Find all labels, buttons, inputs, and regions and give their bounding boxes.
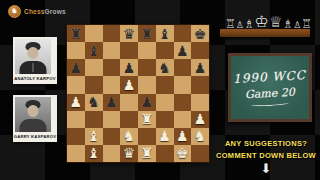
kasparov-photo: [15, 97, 51, 132]
piece-black-rook: ♜: [70, 27, 83, 41]
piece-black-pawn: ♟: [123, 61, 136, 75]
photo-face: [28, 47, 39, 59]
square-a7: [67, 42, 85, 59]
cta-line2: COMMENT DOWN BELOW: [212, 151, 320, 160]
square-h1: [191, 145, 209, 162]
piece-white-pawn: ♟: [70, 95, 83, 109]
piece-white-bishop: ♝: [87, 129, 100, 143]
square-d6: ♟: [120, 59, 138, 76]
event-title-line2: Game 20: [245, 85, 295, 101]
square-c8: [103, 25, 121, 42]
square-g4: [174, 94, 192, 111]
square-f5: [156, 76, 174, 93]
square-f8: ♝: [156, 25, 174, 42]
square-d4: [120, 94, 138, 111]
down-arrow-icon: ⬇: [212, 162, 320, 175]
piece-black-queen: ♛: [123, 27, 136, 41]
decor-pawn-icon: ♙: [293, 21, 301, 30]
channel-logo: ♞ ChessGrows: [8, 5, 66, 18]
cta-line1: ANY SUGGESTIONS?: [212, 139, 320, 148]
square-f2: ♟: [156, 128, 174, 145]
square-g1: ♚: [174, 145, 192, 162]
piece-black-knight: ♞: [87, 95, 100, 109]
square-d1: ♛: [120, 145, 138, 162]
piece-black-pawn: ♟: [141, 95, 154, 109]
piece-black-pawn: ♟: [70, 61, 83, 75]
square-a6: ♟: [67, 59, 85, 76]
square-d3: [120, 111, 138, 128]
square-a1: [67, 145, 85, 162]
square-h8: ♚: [191, 25, 209, 42]
square-g3: [174, 111, 192, 128]
piece-white-knight: ♞: [123, 129, 136, 143]
piece-black-king: ♚: [194, 27, 207, 41]
decor-rook-icon: ♖: [301, 18, 312, 30]
square-e7: [138, 42, 156, 59]
square-g6: [174, 59, 192, 76]
decor-pawn-icon: ♙: [236, 21, 244, 30]
knight-icon: ♞: [8, 5, 21, 18]
square-g8: [174, 25, 192, 42]
photo-face: [28, 105, 39, 117]
event-title-line1: 1990 WCC: [233, 68, 307, 86]
channel-name-primary: Chess: [24, 8, 45, 15]
piece-black-bishop: ♝: [158, 27, 171, 41]
square-a8: ♜: [67, 25, 85, 42]
piece-white-pawn: ♟: [176, 129, 189, 143]
photo-tie: [32, 63, 34, 72]
decor-rook-icon: ♖: [225, 18, 236, 30]
square-a3: [67, 111, 85, 128]
square-c5: [103, 76, 121, 93]
piece-black-knight: ♞: [158, 61, 171, 75]
piece-white-queen: ♛: [123, 146, 136, 160]
piece-white-rook: ♜: [141, 146, 154, 160]
piece-black-bishop: ♝: [87, 44, 100, 58]
piece-white-pawn: ♟: [123, 78, 136, 92]
square-b7: ♝: [85, 42, 103, 59]
thumbnail-canvas: ♞ ChessGrows ANATOLY KARPOV GARRY KASPAR…: [0, 0, 320, 180]
square-d7: [120, 42, 138, 59]
square-b3: [85, 111, 103, 128]
square-d5: ♟: [120, 76, 138, 93]
square-b1: ♝: [85, 145, 103, 162]
karpov-photo: [15, 39, 51, 74]
square-a2: [67, 128, 85, 145]
square-e2: [138, 128, 156, 145]
square-h3: ♟: [191, 111, 209, 128]
square-c3: [103, 111, 121, 128]
karpov-name-label: ANATOLY KARPOV: [15, 74, 55, 82]
piece-black-pawn: ♟: [105, 95, 118, 109]
square-g5: [174, 76, 192, 93]
square-e1: ♜: [138, 145, 156, 162]
square-f6: ♞: [156, 59, 174, 76]
square-b4: ♞: [85, 94, 103, 111]
square-f1: [156, 145, 174, 162]
piece-black-rook: ♜: [141, 27, 154, 41]
piece-white-pawn: ♟: [158, 129, 171, 143]
square-e5: [138, 76, 156, 93]
square-g7: ♟: [174, 42, 192, 59]
square-c2: [103, 128, 121, 145]
square-a5: [67, 76, 85, 93]
square-b8: [85, 25, 103, 42]
square-c4: ♟: [103, 94, 121, 111]
square-e4: ♟: [138, 94, 156, 111]
piece-white-rook: ♜: [141, 112, 154, 126]
piece-white-king: ♚: [176, 146, 189, 160]
photo-suit: [20, 119, 47, 132]
square-b2: ♝: [85, 128, 103, 145]
square-h4: [191, 94, 209, 111]
square-a4: ♟: [67, 94, 85, 111]
square-f3: [156, 111, 174, 128]
chess-board: ♜♛♜♝♚♝♟♟♟♞♟♟♟♞♟♟♜♟♝♞♟♟♞♝♛♜♚: [67, 25, 209, 162]
square-f7: [156, 42, 174, 59]
square-e6: [138, 59, 156, 76]
kasparov-name-label: GARRY KASPAROV: [15, 132, 55, 140]
piece-black-pawn: ♟: [176, 44, 189, 58]
decorative-pieces-row: ♖♙♗♔♕♗♙♖: [222, 3, 308, 30]
channel-name-secondary: Grows: [45, 8, 66, 15]
square-d8: ♛: [120, 25, 138, 42]
decor-bishop-icon: ♗: [282, 18, 293, 30]
chalkboard-panel: 1990 WCC Game 20: [228, 53, 312, 122]
player-card-karpov: ANATOLY KARPOV: [13, 37, 57, 84]
square-e3: ♜: [138, 111, 156, 128]
piece-white-bishop: ♝: [87, 146, 100, 160]
cta-block: ANY SUGGESTIONS? COMMENT DOWN BELOW ⬇: [212, 139, 320, 175]
square-c6: [103, 59, 121, 76]
square-g2: ♟: [174, 128, 192, 145]
decor-king-icon: ♔: [255, 14, 269, 30]
square-e8: ♜: [138, 25, 156, 42]
square-b6: [85, 59, 103, 76]
piece-black-pawn: ♟: [194, 61, 207, 75]
channel-name: ChessGrows: [24, 8, 66, 15]
square-d2: ♞: [120, 128, 138, 145]
square-c7: [103, 42, 121, 59]
square-f4: [156, 94, 174, 111]
decor-bishop-icon: ♗: [244, 18, 255, 30]
piece-white-pawn: ♟: [194, 112, 207, 126]
square-h5: [191, 76, 209, 93]
player-card-kasparov: GARRY KASPAROV: [13, 95, 57, 142]
square-b5: [85, 76, 103, 93]
piece-white-knight: ♞: [194, 129, 207, 143]
square-h6: ♟: [191, 59, 209, 76]
square-h2: ♞: [191, 128, 209, 145]
decor-queen-icon: ♕: [269, 15, 282, 30]
square-h7: [191, 42, 209, 59]
square-c1: [103, 145, 121, 162]
